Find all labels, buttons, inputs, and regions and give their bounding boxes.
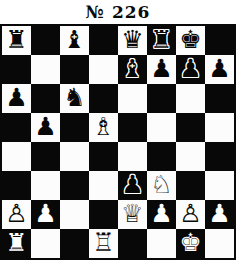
piece-black-P-e3: ♟ — [121, 170, 143, 199]
square-h3 — [205, 171, 234, 200]
piece-black-P-g7: ♟ — [179, 54, 201, 83]
square-c3 — [60, 171, 89, 200]
square-e6 — [118, 84, 147, 113]
piece-white-Q-e2: ♕ — [121, 199, 143, 228]
square-d7 — [89, 55, 118, 84]
piece-black-Q-e8: ♛ — [121, 25, 143, 54]
square-h6 — [205, 84, 234, 113]
square-e7: ♝ — [118, 55, 147, 84]
square-e5 — [118, 113, 147, 142]
square-a7 — [2, 55, 31, 84]
piece-black-N-c6: ♞ — [63, 83, 85, 112]
square-a5 — [2, 113, 31, 142]
square-c6: ♞ — [60, 84, 89, 113]
square-e4 — [118, 142, 147, 171]
square-a6: ♟ — [2, 84, 31, 113]
piece-white-P-a2: ♙ — [5, 199, 27, 228]
square-f2: ♟ — [147, 200, 176, 229]
piece-black-P-b5: ♟ — [34, 112, 56, 141]
square-f7: ♟ — [147, 55, 176, 84]
square-g1: ♚ — [176, 229, 205, 258]
square-c1 — [60, 229, 89, 258]
piece-black-P-a6: ♟ — [5, 83, 27, 112]
square-d1: ♖ — [89, 229, 118, 258]
piece-black-P-f7: ♟ — [150, 54, 172, 83]
square-c8: ♝ — [60, 26, 89, 55]
square-f3: ♘ — [147, 171, 176, 200]
chess-diagram-page: № 226 ♜♝♛♜♚♝♟♟♟♟♞♟♗♟♘♙♟♕♟♙♟♜♖♚ — [0, 0, 236, 260]
piece-white-P-b2: ♟ — [34, 199, 56, 228]
square-b2: ♟ — [31, 200, 60, 229]
piece-white-R-a1: ♜ — [5, 228, 27, 257]
piece-white-R-d1: ♖ — [92, 228, 114, 257]
piece-black-P-h7: ♟ — [208, 54, 230, 83]
square-b3 — [31, 171, 60, 200]
square-g8: ♚ — [176, 26, 205, 55]
square-d6 — [89, 84, 118, 113]
piece-white-B-d5: ♗ — [92, 112, 114, 141]
square-a1: ♜ — [2, 229, 31, 258]
square-g6 — [176, 84, 205, 113]
piece-white-K-g1: ♚ — [179, 228, 201, 257]
square-f8: ♜ — [147, 26, 176, 55]
square-b5: ♟ — [31, 113, 60, 142]
piece-black-R-a8: ♜ — [5, 25, 27, 54]
chess-board: ♜♝♛♜♚♝♟♟♟♟♞♟♗♟♘♙♟♕♟♙♟♜♖♚ — [0, 24, 236, 260]
square-g3 — [176, 171, 205, 200]
square-b1 — [31, 229, 60, 258]
square-e2: ♕ — [118, 200, 147, 229]
piece-white-N-f3: ♘ — [150, 170, 172, 199]
square-b7 — [31, 55, 60, 84]
square-h4 — [205, 142, 234, 171]
piece-black-B-e7: ♝ — [121, 54, 143, 83]
square-g7: ♟ — [176, 55, 205, 84]
square-c4 — [60, 142, 89, 171]
square-e1 — [118, 229, 147, 258]
square-h7: ♟ — [205, 55, 234, 84]
square-c2 — [60, 200, 89, 229]
square-d4 — [89, 142, 118, 171]
diagram-number-title: № 226 — [0, 0, 236, 24]
square-f6 — [147, 84, 176, 113]
piece-white-P-h2: ♟ — [208, 199, 230, 228]
piece-black-B-c8: ♝ — [63, 25, 85, 54]
square-c7 — [60, 55, 89, 84]
square-d8 — [89, 26, 118, 55]
piece-white-P-g2: ♙ — [179, 199, 201, 228]
square-h2: ♟ — [205, 200, 234, 229]
square-e3: ♟ — [118, 171, 147, 200]
square-c5 — [60, 113, 89, 142]
square-a4 — [2, 142, 31, 171]
piece-white-P-f2: ♟ — [150, 199, 172, 228]
square-e8: ♛ — [118, 26, 147, 55]
square-g2: ♙ — [176, 200, 205, 229]
piece-black-K-g8: ♚ — [179, 25, 201, 54]
square-a3 — [2, 171, 31, 200]
square-h8 — [205, 26, 234, 55]
square-f4 — [147, 142, 176, 171]
square-f5 — [147, 113, 176, 142]
square-a8: ♜ — [2, 26, 31, 55]
square-g4 — [176, 142, 205, 171]
square-g5 — [176, 113, 205, 142]
square-a2: ♙ — [2, 200, 31, 229]
square-h5 — [205, 113, 234, 142]
square-b6 — [31, 84, 60, 113]
square-b4 — [31, 142, 60, 171]
square-f1 — [147, 229, 176, 258]
square-d2 — [89, 200, 118, 229]
piece-black-R-f8: ♜ — [150, 25, 172, 54]
square-b8 — [31, 26, 60, 55]
square-h1 — [205, 229, 234, 258]
square-d3 — [89, 171, 118, 200]
square-d5: ♗ — [89, 113, 118, 142]
